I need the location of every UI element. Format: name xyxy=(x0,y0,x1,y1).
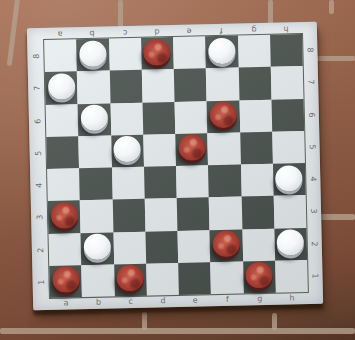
red-piece-f6[interactable] xyxy=(209,102,237,129)
square-e4 xyxy=(176,165,209,198)
white-piece-b8[interactable] xyxy=(79,40,107,67)
square-g2 xyxy=(242,228,275,261)
white-piece-c5[interactable] xyxy=(113,136,141,163)
square-h1 xyxy=(275,260,308,293)
square-d3 xyxy=(144,198,177,231)
square-c4 xyxy=(112,167,145,200)
coord-label: e xyxy=(179,294,211,306)
square-f7 xyxy=(206,68,239,101)
grout-line xyxy=(272,313,277,330)
square-a1[interactable] xyxy=(49,265,82,298)
square-h7 xyxy=(271,66,304,99)
grout-line xyxy=(329,0,334,14)
red-piece-f2[interactable] xyxy=(212,231,240,258)
coord-label: c xyxy=(108,27,140,38)
coord-label: f xyxy=(205,25,237,36)
square-c6 xyxy=(110,102,143,135)
square-e1[interactable] xyxy=(178,262,211,295)
square-h6[interactable] xyxy=(271,99,304,132)
square-h3 xyxy=(273,195,306,228)
square-h4[interactable] xyxy=(273,163,306,196)
square-b6[interactable] xyxy=(78,103,111,136)
coord-label: d xyxy=(147,295,179,307)
square-a3[interactable] xyxy=(48,200,81,233)
white-piece-b6[interactable] xyxy=(80,105,108,132)
square-b4[interactable] xyxy=(79,167,112,200)
coord-label: a xyxy=(44,28,76,39)
red-piece-g1[interactable] xyxy=(245,262,273,289)
square-g6 xyxy=(239,99,272,132)
square-c7[interactable] xyxy=(109,70,142,103)
scene: abcdefgh abcdefgh 87654321 87654321 xyxy=(0,0,355,340)
square-a5[interactable] xyxy=(46,136,79,169)
coord-label: g xyxy=(237,24,269,35)
grout-line xyxy=(0,328,355,334)
square-h2[interactable] xyxy=(274,228,307,261)
square-f3 xyxy=(209,197,242,230)
square-e6 xyxy=(175,101,208,134)
square-e7[interactable] xyxy=(174,69,207,102)
white-piece-a7[interactable] xyxy=(47,73,75,100)
square-f2[interactable] xyxy=(210,229,243,262)
coord-label: h xyxy=(270,23,302,34)
square-b5 xyxy=(79,135,112,168)
grout-line xyxy=(142,312,147,330)
white-piece-f8[interactable] xyxy=(208,37,236,64)
square-g5[interactable] xyxy=(240,132,273,165)
square-a8 xyxy=(44,39,77,72)
square-d2[interactable] xyxy=(145,230,178,263)
white-piece-h2[interactable] xyxy=(277,229,305,256)
square-b7 xyxy=(77,71,110,104)
square-f6[interactable] xyxy=(207,100,240,133)
coord-label: e xyxy=(173,25,205,36)
red-piece-c1[interactable] xyxy=(116,265,144,292)
square-c5[interactable] xyxy=(111,134,144,167)
square-c8 xyxy=(109,38,142,71)
coord-label: d xyxy=(141,26,173,37)
square-h5 xyxy=(272,131,305,164)
board-grid xyxy=(44,34,308,298)
square-b2[interactable] xyxy=(81,232,114,265)
square-d5 xyxy=(143,134,176,167)
checkers-board: abcdefgh abcdefgh 87654321 87654321 xyxy=(27,22,323,311)
coord-label: h xyxy=(276,292,308,304)
square-d7 xyxy=(142,69,175,102)
square-b8[interactable] xyxy=(76,38,109,71)
square-c2 xyxy=(113,231,146,264)
red-piece-a1[interactable] xyxy=(52,267,80,294)
square-f1 xyxy=(210,261,243,294)
square-e3[interactable] xyxy=(177,197,210,230)
red-piece-e5[interactable] xyxy=(178,135,206,162)
square-a2 xyxy=(48,233,81,266)
square-d1 xyxy=(146,263,179,296)
square-a6 xyxy=(46,104,79,137)
square-h8[interactable] xyxy=(270,34,303,67)
coord-label: b xyxy=(82,296,114,308)
square-g8 xyxy=(238,35,271,68)
red-piece-a3[interactable] xyxy=(50,202,78,229)
square-e2 xyxy=(177,230,210,263)
square-d6[interactable] xyxy=(142,101,175,134)
coord-label: b xyxy=(76,27,108,38)
white-piece-h4[interactable] xyxy=(275,165,303,192)
square-c3[interactable] xyxy=(112,199,145,232)
coord-label: g xyxy=(243,293,275,305)
square-e5[interactable] xyxy=(175,133,208,166)
square-d8[interactable] xyxy=(141,37,174,70)
square-a4 xyxy=(47,168,80,201)
square-g7[interactable] xyxy=(238,67,271,100)
square-b1 xyxy=(81,264,114,297)
coord-label: f xyxy=(211,293,243,305)
square-f8[interactable] xyxy=(205,36,238,69)
square-g4 xyxy=(240,164,273,197)
square-g1[interactable] xyxy=(243,261,276,294)
coord-label: a xyxy=(50,297,82,309)
grout-line xyxy=(7,0,20,66)
square-f4[interactable] xyxy=(208,165,241,198)
square-a7[interactable] xyxy=(45,71,78,104)
square-b3 xyxy=(80,200,113,233)
square-f5 xyxy=(208,132,241,165)
white-piece-b2[interactable] xyxy=(83,234,111,261)
square-c1[interactable] xyxy=(114,263,147,296)
coord-label: c xyxy=(114,296,146,308)
square-d4[interactable] xyxy=(144,166,177,199)
square-e8 xyxy=(173,36,206,69)
square-g3[interactable] xyxy=(241,196,274,229)
red-piece-d8[interactable] xyxy=(143,39,171,66)
